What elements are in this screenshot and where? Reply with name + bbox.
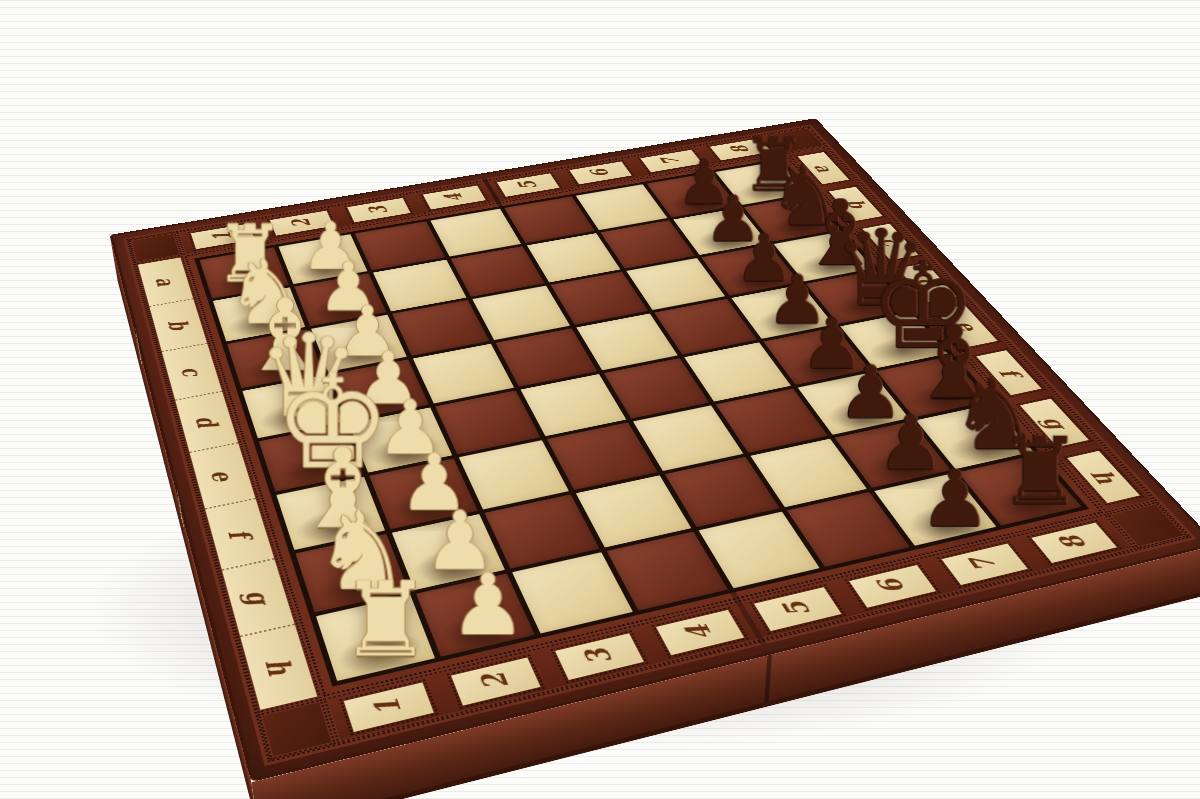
coordinate-text: h xyxy=(1085,468,1120,486)
coordinate-label: f xyxy=(205,499,274,571)
coordinate-label: c xyxy=(162,344,222,401)
coordinate-label: e xyxy=(190,443,256,509)
coordinate-label: 7 xyxy=(942,543,1028,585)
coordinate-label: 1 xyxy=(344,682,433,732)
black-pawn[interactable]: ♟ xyxy=(909,464,1001,535)
coordinate-label: 5 xyxy=(754,587,841,631)
coordinate-label: 4 xyxy=(423,185,485,209)
border-corner xyxy=(131,234,179,262)
coordinate-text: 4 xyxy=(682,622,719,643)
fold-seam xyxy=(764,654,772,702)
coordinate-text: 4 xyxy=(441,192,467,203)
white-rook[interactable]: ♜ xyxy=(336,576,436,668)
coordinate-text: 3 xyxy=(366,204,392,215)
coordinate-label: 6 xyxy=(849,565,935,608)
coordinate-text: 3 xyxy=(581,646,618,668)
studio-scene: 12345678 abcdefgh ♜♟♟♜♞♟♟♞♝♟♟♝♛♟♟♛♚♟♟♚♝♟… xyxy=(0,0,1200,799)
coordinate-label: h xyxy=(240,625,317,710)
coordinate-text: g xyxy=(241,587,275,607)
coordinate-text: 6 xyxy=(874,576,911,596)
coordinate-text: 5 xyxy=(515,180,541,191)
coordinate-text: c xyxy=(177,364,206,377)
coordinate-label: 4 xyxy=(656,610,743,656)
coordinate-text: h xyxy=(260,655,296,678)
coordinate-label: 6 xyxy=(570,161,632,184)
coordinate-label: 5 xyxy=(497,173,559,197)
coordinate-label: 3 xyxy=(555,633,643,680)
border-corner xyxy=(262,702,331,756)
coordinate-text: d xyxy=(191,413,221,429)
coordinate-text: b xyxy=(164,318,192,332)
coordinate-text: e xyxy=(207,467,238,483)
coordinate-label: d xyxy=(175,392,238,453)
black-rook[interactable]: ♜ xyxy=(996,431,1086,515)
square-h1[interactable]: ♜ xyxy=(316,595,435,681)
square-e4[interactable] xyxy=(520,374,626,436)
coordinate-text: f xyxy=(223,527,254,541)
coordinate-label: 8 xyxy=(1032,523,1117,564)
coordinate-text: 8 xyxy=(1056,533,1092,552)
coordinate-text: a xyxy=(152,275,179,287)
square-h5[interactable] xyxy=(698,512,819,588)
coordinate-label: g xyxy=(222,559,295,637)
coordinate-text: 2 xyxy=(477,670,514,692)
coordinate-text: 7 xyxy=(966,554,1003,573)
square-d4[interactable] xyxy=(495,328,596,386)
coordinate-text: 5 xyxy=(779,599,816,619)
coordinate-text: 1 xyxy=(370,695,407,718)
white-pawn[interactable]: ♟ xyxy=(438,568,536,644)
coordinate-label: 2 xyxy=(451,657,540,705)
coordinate-text: 6 xyxy=(588,168,614,179)
coordinate-label: b xyxy=(150,299,208,352)
